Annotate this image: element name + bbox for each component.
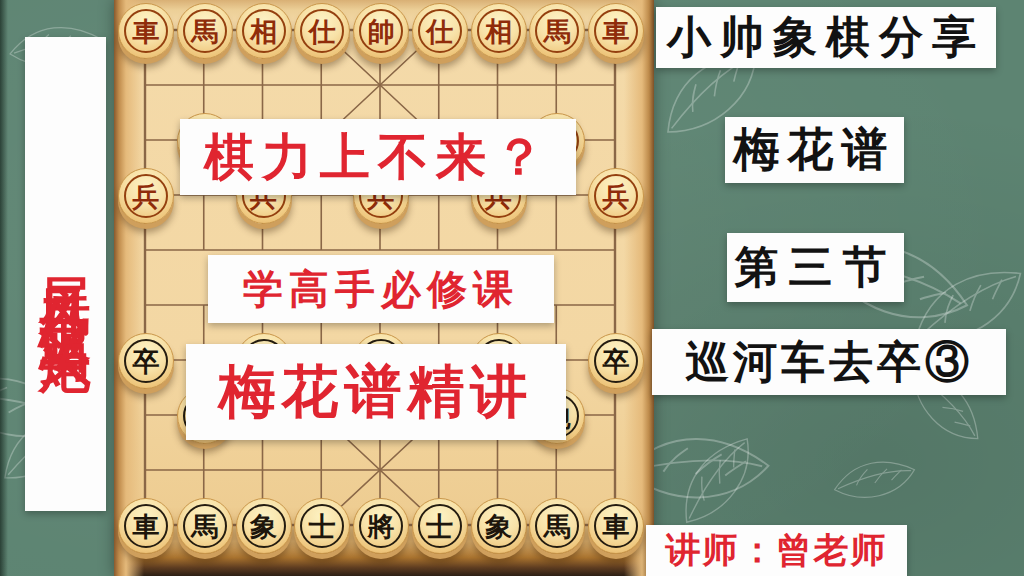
episode-title-text: 巡河车去卒③ bbox=[685, 333, 973, 392]
series-title-box: 梅花谱 bbox=[725, 117, 904, 183]
piece-red-兵-f0r3[interactable]: 兵 bbox=[118, 168, 174, 224]
piece-glyph: 馬 bbox=[544, 18, 571, 45]
piece-glyph: 士 bbox=[426, 513, 453, 540]
piece-red-仕-f3r0[interactable]: 仕 bbox=[294, 3, 350, 59]
piece-black-卒-f0r6[interactable]: 卒 bbox=[118, 333, 174, 389]
piece-red-相-f2r0[interactable]: 相 bbox=[236, 3, 292, 59]
instructor-credit-text: 讲师：曾老师 bbox=[666, 527, 888, 574]
piece-glyph: 車 bbox=[133, 513, 160, 540]
channel-title-text: 小帅象棋分享 bbox=[667, 8, 985, 67]
piece-red-馬-f1r0[interactable]: 馬 bbox=[177, 3, 233, 59]
piece-glyph: 仕 bbox=[426, 18, 453, 45]
piece-red-仕-f5r0[interactable]: 仕 bbox=[412, 3, 468, 59]
piece-glyph: 象 bbox=[250, 513, 277, 540]
piece-black-士-f5r9[interactable]: 士 bbox=[412, 498, 468, 554]
caption-text-1: 棋力上不来？ bbox=[204, 124, 552, 191]
piece-glyph: 將 bbox=[368, 513, 395, 540]
piece-glyph: 車 bbox=[603, 18, 630, 45]
piece-black-馬-f1r9[interactable]: 馬 bbox=[177, 498, 233, 554]
channel-title-box: 小帅象棋分享 bbox=[656, 7, 996, 68]
series-title-text: 梅花谱 bbox=[734, 119, 896, 181]
caption-box-1: 棋力上不来？ bbox=[180, 119, 576, 195]
piece-glyph: 卒 bbox=[133, 348, 160, 375]
caption-text-3: 梅花谱精讲 bbox=[219, 354, 534, 431]
left-vertical-banner: 屏风马破当头炮 bbox=[25, 37, 106, 511]
piece-glyph: 仕 bbox=[309, 18, 336, 45]
piece-glyph: 士 bbox=[309, 513, 336, 540]
caption-text-2: 学高手必修课 bbox=[243, 262, 519, 317]
piece-black-象-f6r9[interactable]: 象 bbox=[471, 498, 527, 554]
chapter-text: 第三节 bbox=[735, 238, 897, 297]
piece-glyph: 相 bbox=[485, 18, 512, 45]
piece-glyph: 馬 bbox=[191, 513, 218, 540]
piece-glyph: 馬 bbox=[191, 18, 218, 45]
caption-box-2: 学高手必修课 bbox=[208, 255, 554, 323]
piece-glyph: 車 bbox=[603, 513, 630, 540]
left-banner-text: 屏风马破当头炮 bbox=[25, 236, 106, 313]
piece-glyph: 相 bbox=[250, 18, 277, 45]
piece-glyph: 馬 bbox=[544, 513, 571, 540]
left-edge-shadow bbox=[0, 0, 8, 576]
piece-black-士-f3r9[interactable]: 士 bbox=[294, 498, 350, 554]
piece-black-將-f4r9[interactable]: 將 bbox=[353, 498, 409, 554]
piece-black-車-f0r9[interactable]: 車 bbox=[118, 498, 174, 554]
piece-red-相-f6r0[interactable]: 相 bbox=[471, 3, 527, 59]
piece-black-馬-f7r9[interactable]: 馬 bbox=[529, 498, 585, 554]
piece-glyph: 帥 bbox=[368, 18, 395, 45]
piece-red-車-f0r0[interactable]: 車 bbox=[118, 3, 174, 59]
piece-glyph: 兵 bbox=[133, 183, 160, 210]
piece-black-象-f2r9[interactable]: 象 bbox=[236, 498, 292, 554]
caption-box-3: 梅花谱精讲 bbox=[186, 344, 566, 440]
episode-title-box: 巡河车去卒③ bbox=[652, 329, 1006, 395]
piece-glyph: 兵 bbox=[603, 183, 630, 210]
piece-glyph: 車 bbox=[133, 18, 160, 45]
piece-black-卒-f8r6[interactable]: 卒 bbox=[588, 333, 644, 389]
piece-red-車-f8r0[interactable]: 車 bbox=[588, 3, 644, 59]
piece-glyph: 象 bbox=[485, 513, 512, 540]
instructor-credit-box: 讲师：曾老师 bbox=[646, 525, 907, 576]
piece-red-馬-f7r0[interactable]: 馬 bbox=[529, 3, 585, 59]
piece-red-帥-f4r0[interactable]: 帥 bbox=[353, 3, 409, 59]
chapter-box: 第三节 bbox=[727, 233, 904, 302]
piece-red-兵-f8r3[interactable]: 兵 bbox=[588, 168, 644, 224]
piece-glyph: 卒 bbox=[603, 348, 630, 375]
piece-black-車-f8r9[interactable]: 車 bbox=[588, 498, 644, 554]
